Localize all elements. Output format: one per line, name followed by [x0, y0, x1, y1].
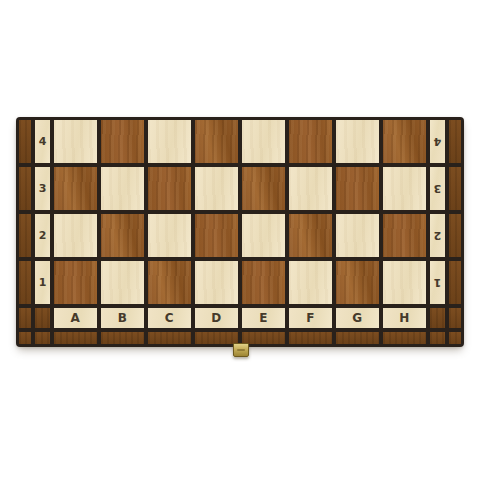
square-g1 [336, 261, 379, 304]
bottom-rim-cell [148, 332, 191, 344]
edge-cell-corner [35, 308, 50, 328]
rank-label-left-1: 1 [35, 261, 50, 304]
square-a4 [54, 120, 97, 163]
edge-cell-corner [449, 308, 461, 328]
file-label-d: D [195, 308, 238, 328]
bottom-rim-cell [101, 332, 144, 344]
rank-label-left-4: 4 [35, 120, 50, 163]
rank-label-right-4: 4 [430, 120, 445, 163]
product-photo-background: 44332211ABCDEFGH [0, 0, 480, 480]
square-a2 [54, 214, 97, 257]
square-e1 [242, 261, 285, 304]
rank-label-left-3: 3 [35, 167, 50, 210]
square-e2 [242, 214, 285, 257]
square-a1 [54, 261, 97, 304]
square-c4 [148, 120, 191, 163]
edge-cell-right [449, 120, 461, 163]
edge-cell-right [449, 214, 461, 257]
bottom-rim-cell [54, 332, 97, 344]
square-c3 [148, 167, 191, 210]
square-d1 [195, 261, 238, 304]
square-d4 [195, 120, 238, 163]
bottom-rim-cell [35, 332, 50, 344]
edge-cell-right [449, 261, 461, 304]
edge-cell-left [19, 167, 31, 210]
brass-clasp-icon [233, 343, 249, 357]
file-label-e: E [242, 308, 285, 328]
edge-cell-left [19, 261, 31, 304]
square-h3 [383, 167, 426, 210]
rank-label-right-1: 1 [430, 261, 445, 304]
edge-cell-right [449, 167, 461, 210]
square-e4 [242, 120, 285, 163]
file-label-a: A [54, 308, 97, 328]
square-h4 [383, 120, 426, 163]
bottom-rim-cell [449, 332, 461, 344]
file-label-b: B [101, 308, 144, 328]
file-label-h: H [383, 308, 426, 328]
bottom-rim-cell [336, 332, 379, 344]
square-f4 [289, 120, 332, 163]
square-g2 [336, 214, 379, 257]
square-f2 [289, 214, 332, 257]
edge-cell-left [19, 214, 31, 257]
rank-label-right-2: 2 [430, 214, 445, 257]
edge-cell-corner [19, 308, 31, 328]
square-c2 [148, 214, 191, 257]
bottom-rim-cell [195, 332, 238, 344]
bottom-rim-cell [19, 332, 31, 344]
square-b4 [101, 120, 144, 163]
rank-label-left-2: 2 [35, 214, 50, 257]
square-b2 [101, 214, 144, 257]
square-b3 [101, 167, 144, 210]
square-g4 [336, 120, 379, 163]
square-c1 [148, 261, 191, 304]
square-g3 [336, 167, 379, 210]
square-a3 [54, 167, 97, 210]
bottom-rim-cell [430, 332, 445, 344]
edge-cell-corner [430, 308, 445, 328]
bottom-rim-cell [289, 332, 332, 344]
bottom-rim-cell [383, 332, 426, 344]
edge-cell-left [19, 120, 31, 163]
file-label-c: C [148, 308, 191, 328]
file-label-f: F [289, 308, 332, 328]
square-d2 [195, 214, 238, 257]
square-d3 [195, 167, 238, 210]
square-h2 [383, 214, 426, 257]
square-b1 [101, 261, 144, 304]
square-f3 [289, 167, 332, 210]
file-label-g: G [336, 308, 379, 328]
square-e3 [242, 167, 285, 210]
square-h1 [383, 261, 426, 304]
rank-label-right-3: 3 [430, 167, 445, 210]
square-f1 [289, 261, 332, 304]
chess-box-board: 44332211ABCDEFGH [16, 117, 464, 347]
